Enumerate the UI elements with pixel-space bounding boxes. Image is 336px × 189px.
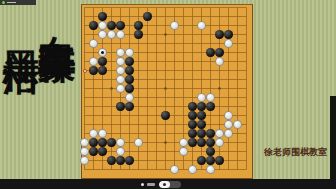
white-stone (206, 93, 214, 101)
black-stone (125, 102, 133, 110)
white-stone (134, 138, 142, 146)
white-stone (80, 156, 88, 164)
black-stone (98, 138, 106, 146)
black-stone (188, 120, 196, 128)
white-stone (224, 129, 232, 137)
hoshi-point (164, 87, 167, 90)
black-stone (125, 57, 133, 65)
white-stone (179, 138, 187, 146)
black-stone (125, 84, 133, 92)
white-stone (116, 48, 124, 56)
black-stone (197, 138, 205, 146)
white-stone (224, 39, 232, 47)
white-stone (125, 93, 133, 101)
white-stone (89, 39, 97, 47)
last-move-marker (101, 51, 104, 54)
white-stone (197, 93, 205, 101)
video-frame: 白辜梓豪 黑柯洁 徐老师围棋教室 (0, 0, 336, 189)
live-dot-icon (141, 183, 144, 186)
window-titlebar[interactable] (0, 0, 36, 5)
hoshi-point (164, 141, 167, 144)
window-title-text (7, 2, 16, 4)
black-stone (197, 156, 205, 164)
hoshi-point (110, 87, 113, 90)
black-stone (89, 147, 97, 155)
white-stone (125, 48, 133, 56)
black-stone (161, 111, 169, 119)
white-stone (80, 138, 88, 146)
white-stone (215, 57, 223, 65)
white-stone (98, 21, 106, 29)
black-stone (98, 12, 106, 20)
black-stone (215, 30, 223, 38)
white-stone (197, 21, 205, 29)
white-stone (188, 165, 196, 173)
white-stone (116, 138, 124, 146)
black-stone (125, 156, 133, 164)
black-label: 黑 (1, 22, 42, 23)
white-stone (89, 129, 97, 137)
white-label: 白 (36, 6, 78, 7)
black-stone (143, 12, 151, 20)
black-stone (206, 129, 214, 137)
black-stone (89, 138, 97, 146)
white-stone (116, 84, 124, 92)
white-stone (80, 147, 88, 155)
black-stone (188, 129, 196, 137)
black-stone (224, 30, 232, 38)
toggle-dot-icon (163, 183, 166, 186)
black-stone (188, 138, 196, 146)
black-stone (89, 66, 97, 74)
black-stone (116, 156, 124, 164)
black-stone (188, 102, 196, 110)
white-stone (89, 57, 97, 65)
white-stone (116, 57, 124, 65)
black-stone (188, 111, 196, 119)
black-stone (116, 102, 124, 110)
go-board[interactable] (81, 4, 253, 179)
white-stone (206, 165, 214, 173)
white-stone (170, 21, 178, 29)
black-stone (98, 147, 106, 155)
black-stone (116, 21, 124, 29)
black-player-name: 柯洁 (1, 28, 42, 30)
red-circle-marker (83, 69, 87, 73)
black-stone (134, 21, 142, 29)
watermark-text: 徐老师围棋教室 (264, 146, 327, 159)
white-stone (224, 111, 232, 119)
white-stone (116, 147, 124, 155)
white-stone (116, 75, 124, 83)
black-stone (107, 156, 115, 164)
black-stone (107, 21, 115, 29)
black-stone (206, 147, 214, 155)
white-stone (98, 30, 106, 38)
window-icon (2, 1, 5, 4)
player-control-bar[interactable] (0, 179, 336, 189)
white-stone (116, 30, 124, 38)
toggle-knob[interactable] (159, 181, 170, 188)
black-stone (206, 102, 214, 110)
white-stone (215, 138, 223, 146)
black-stone (206, 156, 214, 164)
black-stone (197, 102, 205, 110)
white-stone (107, 30, 115, 38)
black-stone (206, 138, 214, 146)
white-player-name: 辜梓豪 (36, 12, 78, 15)
white-stone (224, 120, 232, 128)
hoshi-point (218, 87, 221, 90)
black-stone (98, 66, 106, 74)
black-stone (125, 75, 133, 83)
white-stone (98, 48, 106, 56)
black-stone (98, 57, 106, 65)
white-stone (215, 129, 223, 137)
white-stone (170, 165, 178, 173)
black-player-caption: 黑柯洁 (2, 22, 39, 30)
black-stone (206, 48, 214, 56)
white-stone (116, 66, 124, 74)
black-stone (197, 111, 205, 119)
player-mini-label (147, 183, 155, 186)
black-stone (215, 156, 223, 164)
window-edge-strip (330, 96, 336, 179)
white-stone (233, 120, 241, 128)
black-stone (134, 30, 142, 38)
black-stone (215, 48, 223, 56)
black-stone (107, 138, 115, 146)
playback-toggle[interactable] (159, 181, 181, 188)
white-stone (98, 129, 106, 137)
black-stone (197, 120, 205, 128)
hoshi-point (164, 33, 167, 36)
black-stone (89, 21, 97, 29)
black-stone (125, 66, 133, 74)
black-stone (197, 129, 205, 137)
white-stone (179, 147, 187, 155)
white-player-caption: 白辜梓豪 (37, 6, 76, 15)
